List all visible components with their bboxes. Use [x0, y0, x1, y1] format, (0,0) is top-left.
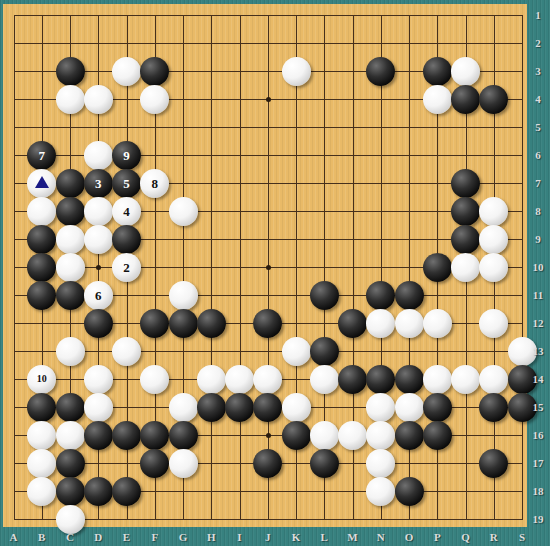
black-stone-Q4[interactable]: [451, 85, 480, 114]
white-stone-Q3[interactable]: [451, 57, 480, 86]
move-number-5: 5: [112, 169, 141, 198]
white-stone-E10[interactable]: 2: [112, 253, 141, 282]
grid-hline-13: [14, 351, 524, 352]
row-label-17: 17: [528, 456, 548, 470]
black-stone-Q7[interactable]: [451, 169, 480, 198]
white-stone-C13[interactable]: [56, 337, 85, 366]
white-stone-C16[interactable]: [56, 421, 85, 450]
move-number-4: 4: [112, 197, 141, 226]
black-stone-D7[interactable]: 3: [84, 169, 113, 198]
black-stone-D16[interactable]: [84, 421, 113, 450]
col-label-K: K: [286, 530, 306, 544]
white-stone-L14[interactable]: [310, 365, 339, 394]
white-stone-I14[interactable]: [225, 365, 254, 394]
white-stone-N17[interactable]: [366, 449, 395, 478]
black-stone-J17[interactable]: [253, 449, 282, 478]
row-label-18: 18: [528, 484, 548, 498]
black-stone-B11[interactable]: [27, 281, 56, 310]
black-stone-B10[interactable]: [27, 253, 56, 282]
white-stone-D8[interactable]: [84, 197, 113, 226]
col-label-Q: Q: [456, 530, 476, 544]
white-stone-F4[interactable]: [140, 85, 169, 114]
black-stone-B9[interactable]: [27, 225, 56, 254]
row-label-7: 7: [528, 176, 548, 190]
white-stone-N12[interactable]: [366, 309, 395, 338]
row-label-1: 1: [528, 8, 548, 22]
row-label-9: 9: [528, 232, 548, 246]
white-stone-G8[interactable]: [169, 197, 198, 226]
black-stone-Q8[interactable]: [451, 197, 480, 226]
row-label-14: 14: [528, 372, 548, 386]
black-stone-E6[interactable]: 9: [112, 141, 141, 170]
white-stone-G11[interactable]: [169, 281, 198, 310]
col-label-E: E: [117, 530, 137, 544]
black-stone-P10[interactable]: [423, 253, 452, 282]
move-number-8: 8: [140, 169, 169, 198]
white-stone-K13[interactable]: [282, 337, 311, 366]
white-stone-D9[interactable]: [84, 225, 113, 254]
black-stone-E16[interactable]: [112, 421, 141, 450]
white-stone-R8[interactable]: [479, 197, 508, 226]
star-point-J4: [266, 97, 271, 102]
black-stone-O18[interactable]: [395, 477, 424, 506]
white-stone-D11[interactable]: 6: [84, 281, 113, 310]
white-stone-R10[interactable]: [479, 253, 508, 282]
white-stone-K3[interactable]: [282, 57, 311, 86]
black-stone-N14[interactable]: [366, 365, 395, 394]
white-stone-C9[interactable]: [56, 225, 85, 254]
grid-hline-19: [14, 519, 524, 520]
black-stone-L13[interactable]: [310, 337, 339, 366]
white-stone-L16[interactable]: [310, 421, 339, 450]
row-label-11: 11: [528, 288, 548, 302]
col-label-C: C: [60, 530, 80, 544]
row-label-15: 15: [528, 400, 548, 414]
white-stone-P4[interactable]: [423, 85, 452, 114]
move-number-7: 7: [27, 141, 56, 170]
col-label-P: P: [427, 530, 447, 544]
white-stone-Q10[interactable]: [451, 253, 480, 282]
black-stone-C15[interactable]: [56, 393, 85, 422]
black-stone-C18[interactable]: [56, 477, 85, 506]
white-stone-M16[interactable]: [338, 421, 367, 450]
star-point-J16: [266, 433, 271, 438]
move-number-9: 9: [112, 141, 141, 170]
white-stone-B18[interactable]: [27, 477, 56, 506]
row-label-19: 19: [528, 512, 548, 526]
row-label-3: 3: [528, 64, 548, 78]
white-stone-D14[interactable]: [84, 365, 113, 394]
grid-vline-S: [522, 15, 523, 520]
white-stone-B14[interactable]: 10: [27, 365, 56, 394]
row-label-6: 6: [528, 148, 548, 162]
row-label-13: 13: [528, 344, 548, 358]
white-stone-N16[interactable]: [366, 421, 395, 450]
white-stone-Q14[interactable]: [451, 365, 480, 394]
black-stone-C7[interactable]: [56, 169, 85, 198]
black-stone-P16[interactable]: [423, 421, 452, 450]
black-stone-O11[interactable]: [395, 281, 424, 310]
white-stone-E8[interactable]: 4: [112, 197, 141, 226]
white-stone-P14[interactable]: [423, 365, 452, 394]
black-stone-B6[interactable]: 7: [27, 141, 56, 170]
black-stone-H12[interactable]: [197, 309, 226, 338]
white-stone-D15[interactable]: [84, 393, 113, 422]
white-stone-B16[interactable]: [27, 421, 56, 450]
white-stone-D4[interactable]: [84, 85, 113, 114]
black-stone-Q9[interactable]: [451, 225, 480, 254]
black-stone-P15[interactable]: [423, 393, 452, 422]
white-stone-O15[interactable]: [395, 393, 424, 422]
col-label-A: A: [4, 530, 24, 544]
col-label-J: J: [258, 530, 278, 544]
black-stone-F17[interactable]: [140, 449, 169, 478]
row-label-8: 8: [528, 204, 548, 218]
col-label-B: B: [32, 530, 52, 544]
black-stone-N11[interactable]: [366, 281, 395, 310]
black-stone-M12[interactable]: [338, 309, 367, 338]
black-stone-B15[interactable]: [27, 393, 56, 422]
white-stone-F7[interactable]: 8: [140, 169, 169, 198]
white-stone-C10[interactable]: [56, 253, 85, 282]
black-stone-F16[interactable]: [140, 421, 169, 450]
black-stone-E9[interactable]: [112, 225, 141, 254]
black-stone-C17[interactable]: [56, 449, 85, 478]
black-stone-F3[interactable]: [140, 57, 169, 86]
triangle-marker-icon: [35, 176, 49, 188]
black-stone-L17[interactable]: [310, 449, 339, 478]
black-stone-I15[interactable]: [225, 393, 254, 422]
black-stone-N3[interactable]: [366, 57, 395, 86]
black-stone-O14[interactable]: [395, 365, 424, 394]
col-label-D: D: [88, 530, 108, 544]
white-stone-O12[interactable]: [395, 309, 424, 338]
black-stone-R17[interactable]: [479, 449, 508, 478]
white-stone-F14[interactable]: [140, 365, 169, 394]
col-label-L: L: [314, 530, 334, 544]
black-stone-F12[interactable]: [140, 309, 169, 338]
col-label-I: I: [230, 530, 250, 544]
white-stone-B7[interactable]: [27, 169, 56, 198]
move-number-3: 3: [84, 169, 113, 198]
col-label-G: G: [173, 530, 193, 544]
white-stone-E13[interactable]: [112, 337, 141, 366]
black-stone-P3[interactable]: [423, 57, 452, 86]
white-stone-B17[interactable]: [27, 449, 56, 478]
row-label-16: 16: [528, 428, 548, 442]
black-stone-R4[interactable]: [479, 85, 508, 114]
move-number-6: 6: [84, 281, 113, 310]
black-stone-C8[interactable]: [56, 197, 85, 226]
white-stone-E3[interactable]: [112, 57, 141, 86]
black-stone-M14[interactable]: [338, 365, 367, 394]
black-stone-J15[interactable]: [253, 393, 282, 422]
white-stone-N18[interactable]: [366, 477, 395, 506]
black-stone-G16[interactable]: [169, 421, 198, 450]
move-number-2: 2: [112, 253, 141, 282]
white-stone-H14[interactable]: [197, 365, 226, 394]
white-stone-P12[interactable]: [423, 309, 452, 338]
black-stone-H15[interactable]: [197, 393, 226, 422]
black-stone-D12[interactable]: [84, 309, 113, 338]
white-stone-B8[interactable]: [27, 197, 56, 226]
black-stone-C3[interactable]: [56, 57, 85, 86]
col-label-S: S: [512, 530, 532, 544]
white-stone-R9[interactable]: [479, 225, 508, 254]
white-stone-D6[interactable]: [84, 141, 113, 170]
black-stone-R15[interactable]: [479, 393, 508, 422]
star-point-J10: [266, 265, 271, 270]
black-stone-E7[interactable]: 5: [112, 169, 141, 198]
white-stone-G15[interactable]: [169, 393, 198, 422]
row-label-4: 4: [528, 92, 548, 106]
white-stone-N15[interactable]: [366, 393, 395, 422]
black-stone-K16[interactable]: [282, 421, 311, 450]
go-board-window: 7935842610 ABCDEFGHIJKLMNOPQRS1234567891…: [0, 0, 550, 546]
white-stone-G17[interactable]: [169, 449, 198, 478]
col-label-N: N: [371, 530, 391, 544]
black-stone-G12[interactable]: [169, 309, 198, 338]
col-label-F: F: [145, 530, 165, 544]
row-label-5: 5: [528, 120, 548, 134]
white-stone-K15[interactable]: [282, 393, 311, 422]
white-stone-J14[interactable]: [253, 365, 282, 394]
col-label-O: O: [399, 530, 419, 544]
black-stone-E18[interactable]: [112, 477, 141, 506]
col-label-M: M: [343, 530, 363, 544]
row-label-2: 2: [528, 36, 548, 50]
white-stone-R14[interactable]: [479, 365, 508, 394]
black-stone-L11[interactable]: [310, 281, 339, 310]
black-stone-O16[interactable]: [395, 421, 424, 450]
black-stone-J12[interactable]: [253, 309, 282, 338]
move-number-10: 10: [27, 365, 56, 394]
white-stone-R12[interactable]: [479, 309, 508, 338]
black-stone-D18[interactable]: [84, 477, 113, 506]
row-label-10: 10: [528, 260, 548, 274]
row-label-12: 12: [528, 316, 548, 330]
col-label-R: R: [484, 530, 504, 544]
black-stone-C11[interactable]: [56, 281, 85, 310]
col-label-H: H: [201, 530, 221, 544]
white-stone-C4[interactable]: [56, 85, 85, 114]
